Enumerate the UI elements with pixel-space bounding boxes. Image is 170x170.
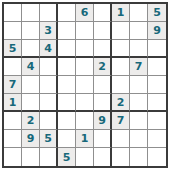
sudoku-cell-r3c5[interactable] [76, 40, 94, 58]
sudoku-cell-r9c3[interactable] [40, 148, 58, 166]
sudoku-cell-r7c3[interactable] [40, 112, 58, 130]
sudoku-cell-r6c1[interactable]: 1 [4, 94, 22, 112]
sudoku-cell-r6c2[interactable] [22, 94, 40, 112]
sudoku-cell-r8c2[interactable]: 9 [22, 130, 40, 148]
sudoku-cell-r2c2[interactable] [22, 22, 40, 40]
sudoku-cell-r3c2[interactable] [22, 40, 40, 58]
sudoku-cell-r9c6[interactable] [94, 148, 112, 166]
sudoku-cell-r2c7[interactable] [112, 22, 130, 40]
sudoku-cell-r3c3[interactable]: 4 [40, 40, 58, 58]
sudoku-cell-r9c4[interactable]: 5 [58, 148, 76, 166]
sudoku-cell-r4c1[interactable] [4, 58, 22, 76]
sudoku-cell-r7c9[interactable] [148, 112, 166, 130]
sudoku-cell-r3c6[interactable] [94, 40, 112, 58]
sudoku-cell-r1c1[interactable] [4, 4, 22, 22]
sudoku-cell-r1c6[interactable] [94, 4, 112, 22]
sudoku-cell-r9c8[interactable] [130, 148, 148, 166]
sudoku-cell-r4c6[interactable]: 2 [94, 58, 112, 76]
sudoku-cell-r2c5[interactable] [76, 22, 94, 40]
sudoku-cell-r7c1[interactable] [4, 112, 22, 130]
sudoku-cell-r2c4[interactable] [58, 22, 76, 40]
sudoku-cell-r8c8[interactable] [130, 130, 148, 148]
sudoku-cell-r4c4[interactable] [58, 58, 76, 76]
sudoku-cell-r4c2[interactable]: 4 [22, 58, 40, 76]
sudoku-cell-r5c2[interactable] [22, 76, 40, 94]
sudoku-cell-r8c1[interactable] [4, 130, 22, 148]
sudoku-cell-r5c6[interactable] [94, 76, 112, 94]
sudoku-cell-r2c8[interactable] [130, 22, 148, 40]
sudoku-cell-r2c3[interactable]: 3 [40, 22, 58, 40]
sudoku-cell-r1c9[interactable]: 5 [148, 4, 166, 22]
sudoku-cell-r7c8[interactable] [130, 112, 148, 130]
sudoku-cell-r9c1[interactable] [4, 148, 22, 166]
sudoku-cell-r9c7[interactable] [112, 148, 130, 166]
sudoku-cell-r1c4[interactable] [58, 4, 76, 22]
sudoku-cell-r6c9[interactable] [148, 94, 166, 112]
sudoku-cell-r5c3[interactable] [40, 76, 58, 94]
sudoku-cell-r7c7[interactable]: 7 [112, 112, 130, 130]
sudoku-cell-r1c7[interactable]: 1 [112, 4, 130, 22]
sudoku-cell-r1c3[interactable] [40, 4, 58, 22]
sudoku-cell-r3c1[interactable]: 5 [4, 40, 22, 58]
sudoku-cell-r2c6[interactable] [94, 22, 112, 40]
sudoku-cell-r5c9[interactable] [148, 76, 166, 94]
sudoku-cell-r5c4[interactable] [58, 76, 76, 94]
sudoku-cell-r8c3[interactable]: 5 [40, 130, 58, 148]
sudoku-page: 61539544277122979515 [0, 0, 170, 170]
sudoku-cell-r8c7[interactable] [112, 130, 130, 148]
sudoku-cell-r5c7[interactable] [112, 76, 130, 94]
sudoku-cell-r6c6[interactable] [94, 94, 112, 112]
sudoku-cell-r4c3[interactable] [40, 58, 58, 76]
sudoku-cell-r7c6[interactable]: 9 [94, 112, 112, 130]
sudoku-cell-r4c7[interactable] [112, 58, 130, 76]
sudoku-cell-r5c5[interactable] [76, 76, 94, 94]
sudoku-cell-r6c4[interactable] [58, 94, 76, 112]
sudoku-cell-r3c8[interactable] [130, 40, 148, 58]
sudoku-cell-r6c7[interactable]: 2 [112, 94, 130, 112]
sudoku-cell-r9c2[interactable] [22, 148, 40, 166]
sudoku-cell-r1c8[interactable] [130, 4, 148, 22]
sudoku-cell-r7c2[interactable]: 2 [22, 112, 40, 130]
sudoku-cell-r4c9[interactable] [148, 58, 166, 76]
sudoku-cell-r5c8[interactable] [130, 76, 148, 94]
sudoku-cell-r8c5[interactable]: 1 [76, 130, 94, 148]
sudoku-cell-r3c7[interactable] [112, 40, 130, 58]
sudoku-cell-r4c8[interactable]: 7 [130, 58, 148, 76]
sudoku-cell-r7c5[interactable] [76, 112, 94, 130]
sudoku-cell-r5c1[interactable]: 7 [4, 76, 22, 94]
sudoku-cell-r3c9[interactable] [148, 40, 166, 58]
sudoku-cell-r6c5[interactable] [76, 94, 94, 112]
sudoku-cell-r9c9[interactable] [148, 148, 166, 166]
sudoku-cell-r1c2[interactable] [22, 4, 40, 22]
sudoku-cell-r2c1[interactable] [4, 22, 22, 40]
sudoku-cell-r1c5[interactable]: 6 [76, 4, 94, 22]
sudoku-cell-r3c4[interactable] [58, 40, 76, 58]
sudoku-cell-r8c9[interactable] [148, 130, 166, 148]
sudoku-board: 61539544277122979515 [2, 2, 168, 168]
sudoku-cell-r8c6[interactable] [94, 130, 112, 148]
sudoku-cell-r7c4[interactable] [58, 112, 76, 130]
sudoku-cell-r6c8[interactable] [130, 94, 148, 112]
sudoku-cell-r8c4[interactable] [58, 130, 76, 148]
sudoku-cell-r2c9[interactable]: 9 [148, 22, 166, 40]
sudoku-cell-r4c5[interactable] [76, 58, 94, 76]
sudoku-cell-r6c3[interactable] [40, 94, 58, 112]
sudoku-cell-r9c5[interactable] [76, 148, 94, 166]
